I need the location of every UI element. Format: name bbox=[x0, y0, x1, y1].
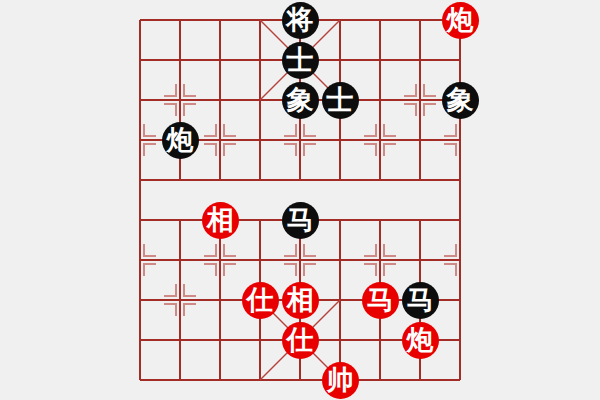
piece-glyph: 士 bbox=[287, 42, 314, 79]
red-advisor[interactable]: 仕 bbox=[242, 282, 279, 319]
piece-glyph: 士 bbox=[327, 82, 354, 119]
piece-glyph: 马 bbox=[367, 282, 394, 319]
piece-glyph: 马 bbox=[407, 282, 434, 319]
piece-glyph: 仕 bbox=[247, 282, 274, 319]
xiangqi-board[interactable]: 将士象士象炮马马炮相仕相马仕炮帅 bbox=[120, 0, 480, 400]
black-elephant[interactable]: 象 bbox=[442, 82, 479, 119]
black-horse[interactable]: 马 bbox=[402, 282, 439, 319]
black-general[interactable]: 将 bbox=[282, 2, 319, 39]
piece-glyph: 炮 bbox=[447, 2, 474, 39]
piece-glyph: 炮 bbox=[407, 322, 434, 359]
piece-glyph: 将 bbox=[287, 2, 314, 39]
piece-glyph: 炮 bbox=[167, 122, 194, 159]
red-elephant[interactable]: 相 bbox=[202, 202, 239, 239]
black-cannon[interactable]: 炮 bbox=[162, 122, 199, 159]
black-horse[interactable]: 马 bbox=[282, 202, 319, 239]
red-general[interactable]: 帅 bbox=[322, 362, 359, 399]
piece-glyph: 马 bbox=[287, 202, 314, 239]
red-cannon[interactable]: 炮 bbox=[402, 322, 439, 359]
piece-glyph: 象 bbox=[287, 82, 314, 119]
red-elephant[interactable]: 相 bbox=[282, 282, 319, 319]
red-cannon[interactable]: 炮 bbox=[442, 2, 479, 39]
black-advisor[interactable]: 士 bbox=[322, 82, 359, 119]
xiangqi-app-background: 将士象士象炮马马炮相仕相马仕炮帅 bbox=[0, 0, 600, 400]
piece-glyph: 帅 bbox=[327, 362, 354, 399]
black-advisor[interactable]: 士 bbox=[282, 42, 319, 79]
piece-glyph: 相 bbox=[207, 202, 234, 239]
black-elephant[interactable]: 象 bbox=[282, 82, 319, 119]
red-horse[interactable]: 马 bbox=[362, 282, 399, 319]
piece-glyph: 象 bbox=[447, 82, 474, 119]
piece-glyph: 仕 bbox=[287, 322, 314, 359]
red-advisor[interactable]: 仕 bbox=[282, 322, 319, 359]
piece-glyph: 相 bbox=[287, 282, 314, 319]
